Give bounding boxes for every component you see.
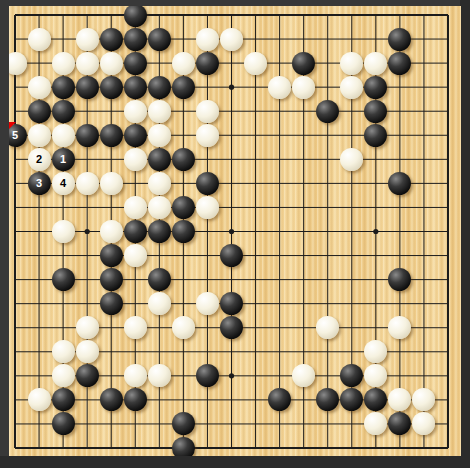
stone-black[interactable] [196,52,219,75]
stone-white[interactable] [28,388,51,411]
stone-black[interactable] [172,437,195,457]
stone-white[interactable] [52,220,75,243]
stone-black[interactable] [316,100,339,123]
stone-black[interactable] [28,100,51,123]
stone-white[interactable] [148,364,171,387]
stone-white[interactable] [148,100,171,123]
stone-black[interactable] [172,148,195,171]
stone-white[interactable] [124,196,147,219]
stone-white[interactable] [76,172,99,195]
stone-white[interactable] [100,52,123,75]
stone-black[interactable] [76,124,99,147]
hoshi-point [229,85,234,90]
stone-white[interactable] [124,364,147,387]
stone-white[interactable] [172,316,195,339]
stone-black[interactable] [76,76,99,99]
stone-white-move-4[interactable]: 4 [52,172,75,195]
stone-black[interactable] [124,388,147,411]
triangle-marker-icon [9,122,16,135]
stone-white[interactable] [172,52,195,75]
stone-white[interactable] [196,100,219,123]
stone-white-move-2[interactable]: 2 [28,148,51,171]
move-number-label: 1 [60,154,66,165]
stone-black[interactable] [148,76,171,99]
stone-white[interactable] [244,52,267,75]
stone-black[interactable] [100,388,123,411]
stone-black-move-3[interactable]: 3 [28,172,51,195]
stone-white[interactable] [220,28,243,51]
stone-white[interactable] [52,124,75,147]
stone-white[interactable] [52,340,75,363]
stone-black[interactable] [124,28,147,51]
stone-black[interactable] [52,388,75,411]
stone-white[interactable] [196,292,219,315]
stone-white[interactable] [28,28,51,51]
stone-black[interactable] [388,52,411,75]
stone-white[interactable] [196,124,219,147]
hoshi-point [373,229,378,234]
stone-white[interactable] [124,100,147,123]
stone-white[interactable] [340,76,363,99]
stone-black[interactable] [100,124,123,147]
stone-black[interactable] [220,292,243,315]
stone-black[interactable] [172,220,195,243]
stone-white[interactable] [28,76,51,99]
stone-black-move-1[interactable]: 1 [52,148,75,171]
move-number-label: 2 [36,154,42,165]
stone-white[interactable] [76,52,99,75]
move-number-label: 4 [60,178,66,189]
stone-black[interactable] [124,76,147,99]
stone-black[interactable] [52,412,75,435]
move-number-label: 3 [36,178,42,189]
stone-black[interactable] [124,52,147,75]
stone-black[interactable] [196,172,219,195]
stone-white[interactable] [76,340,99,363]
stone-white[interactable] [124,316,147,339]
stone-white[interactable] [76,28,99,51]
go-board-window: 52134 [0,0,470,468]
stone-black[interactable] [124,124,147,147]
stone-black[interactable] [148,220,171,243]
stone-black[interactable] [220,244,243,267]
stone-black[interactable] [76,364,99,387]
hoshi-point [85,229,90,234]
stone-white[interactable] [124,244,147,267]
go-board[interactable]: 52134 [9,6,461,456]
stone-white[interactable] [196,196,219,219]
stone-white[interactable] [148,292,171,315]
stone-white[interactable] [100,172,123,195]
stone-black[interactable] [124,220,147,243]
stone-white[interactable] [148,196,171,219]
stone-white[interactable] [364,52,387,75]
stone-white[interactable] [52,52,75,75]
stone-black[interactable] [124,6,147,27]
stone-white[interactable] [148,172,171,195]
stone-black[interactable] [100,292,123,315]
stone-white[interactable] [124,148,147,171]
stone-black[interactable] [388,28,411,51]
stone-black[interactable] [100,28,123,51]
stone-white[interactable] [196,28,219,51]
stone-black[interactable] [52,76,75,99]
hoshi-point [229,229,234,234]
stone-white[interactable] [148,124,171,147]
stone-white[interactable] [28,124,51,147]
stone-black[interactable] [100,244,123,267]
stone-white[interactable] [340,52,363,75]
stone-black[interactable] [364,76,387,99]
stone-black[interactable] [172,76,195,99]
stone-black[interactable] [148,148,171,171]
stone-white[interactable] [268,76,291,99]
stone-white[interactable] [292,76,315,99]
stone-white[interactable] [100,220,123,243]
stone-black[interactable] [172,196,195,219]
stone-black[interactable] [364,100,387,123]
stone-black[interactable] [364,124,387,147]
stone-black[interactable] [52,268,75,291]
stone-black[interactable] [148,28,171,51]
stone-black[interactable] [100,268,123,291]
hoshi-point [229,373,234,378]
stone-white[interactable] [76,316,99,339]
stone-black[interactable] [100,76,123,99]
stone-black[interactable] [52,100,75,123]
stone-white[interactable] [9,52,27,75]
stone-white[interactable] [52,364,75,387]
stone-black[interactable] [292,52,315,75]
stone-black[interactable] [148,268,171,291]
stone-white[interactable] [340,148,363,171]
